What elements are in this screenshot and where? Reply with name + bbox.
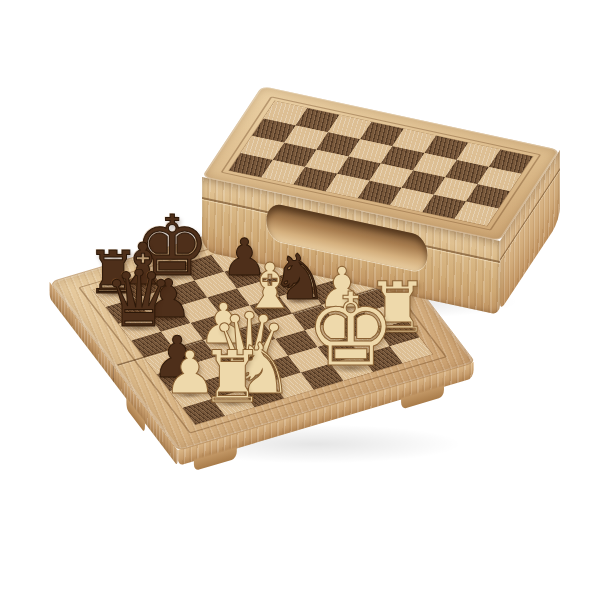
piece-white-rook-b1[interactable]: ♜ [200, 341, 265, 413]
piece-white-king-f1[interactable]: ♚ [305, 280, 396, 381]
chess-set-photo: ♟♚♝♜♞♟♝♟♛♜♟♚♛♟♞♟♜ [0, 0, 600, 600]
pieces-layer: ♟♚♝♜♞♟♝♟♛♜♟♚♛♟♞♟♜ [0, 0, 600, 600]
board-hinge-seam-side [113, 366, 114, 383]
